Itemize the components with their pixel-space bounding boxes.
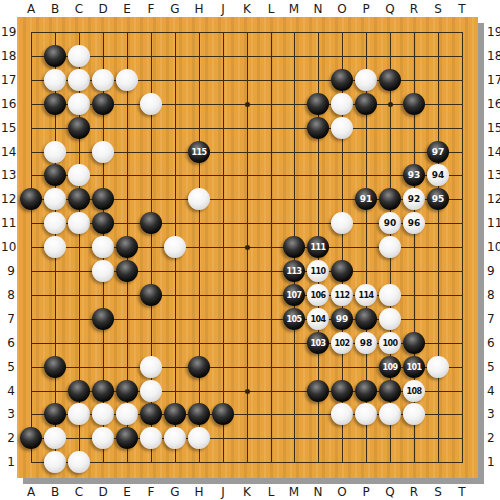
coordinate-label-bottom: K	[239, 485, 255, 499]
stone-white[interactable]: 98	[355, 332, 377, 354]
star-point	[388, 102, 393, 107]
coordinate-label-left: 2	[1, 431, 15, 445]
stone-white[interactable]: 104	[307, 308, 329, 330]
stone-white[interactable]	[379, 284, 401, 306]
stone-white[interactable]	[68, 93, 90, 115]
stone-black[interactable]: 105	[283, 308, 305, 330]
coordinate-label-right: 12	[487, 192, 500, 206]
coordinate-label-left: 6	[1, 336, 15, 350]
stone-black[interactable]	[307, 117, 329, 139]
coordinate-label-left: 12	[1, 192, 15, 206]
stone-black[interactable]: 95	[427, 188, 449, 210]
coordinate-label-left: 8	[1, 288, 15, 302]
move-number: 91	[360, 195, 373, 204]
stone-black[interactable]	[92, 212, 114, 234]
coordinate-label-right: 17	[487, 73, 500, 87]
stone-black[interactable]	[403, 332, 425, 354]
stone-black[interactable]	[331, 69, 353, 91]
coordinate-label-right: 9	[487, 264, 500, 278]
coordinate-label-bottom: P	[358, 485, 374, 499]
coordinate-label-right: 13	[487, 168, 500, 182]
stone-black[interactable]	[307, 93, 329, 115]
stone-white[interactable]: 110	[307, 260, 329, 282]
stone-black[interactable]	[44, 93, 66, 115]
coordinate-label-top: J	[215, 2, 231, 16]
stone-white[interactable]	[140, 427, 162, 449]
stone-black[interactable]	[140, 403, 162, 425]
coordinate-label-top: L	[263, 2, 279, 16]
stone-white[interactable]	[164, 236, 186, 258]
coordinate-label-left: 7	[1, 312, 15, 326]
stone-black[interactable]: 97	[427, 141, 449, 163]
stone-white[interactable]: 114	[355, 284, 377, 306]
coordinate-label-right: 15	[487, 121, 500, 135]
coordinate-label-bottom: M	[286, 485, 302, 499]
stone-black[interactable]	[20, 427, 42, 449]
stone-black[interactable]	[116, 427, 138, 449]
stone-black[interactable]	[164, 403, 186, 425]
coordinate-label-left: 19	[1, 25, 15, 39]
coordinate-label-top: N	[310, 2, 326, 16]
stone-black[interactable]: 101	[403, 356, 425, 378]
coordinate-label-bottom: S	[430, 485, 446, 499]
stone-white[interactable]	[164, 427, 186, 449]
stone-white[interactable]	[188, 188, 210, 210]
stone-white[interactable]: 90	[379, 212, 401, 234]
stone-black[interactable]	[20, 188, 42, 210]
coordinate-label-bottom: G	[167, 485, 183, 499]
stone-black[interactable]: 93	[403, 164, 425, 186]
stone-white[interactable]	[92, 69, 114, 91]
stone-black[interactable]	[68, 380, 90, 402]
move-number: 90	[384, 219, 397, 228]
move-number: 110	[311, 267, 326, 276]
stone-black[interactable]	[283, 236, 305, 258]
move-number: 99	[336, 315, 349, 324]
coordinate-label-bottom: H	[191, 485, 207, 499]
coordinate-label-right: 7	[487, 312, 500, 326]
coordinate-label-left: 3	[1, 407, 15, 421]
move-number: 112	[335, 291, 350, 300]
stone-white[interactable]	[44, 188, 66, 210]
stone-black[interactable]	[44, 45, 66, 67]
coordinate-label-top: P	[358, 2, 374, 16]
move-number: 103	[311, 339, 326, 348]
coordinate-label-bottom: B	[47, 485, 63, 499]
coordinate-label-bottom: A	[23, 485, 39, 499]
star-point	[245, 102, 250, 107]
move-number: 101	[407, 363, 422, 372]
stone-black[interactable]	[116, 260, 138, 282]
stone-white[interactable]	[331, 93, 353, 115]
coordinate-label-top: E	[119, 2, 135, 16]
coordinate-label-left: 11	[1, 216, 15, 230]
coordinate-label-left: 4	[1, 384, 15, 398]
coordinate-label-right: 10	[487, 240, 500, 254]
stone-black[interactable]	[403, 93, 425, 115]
coordinate-label-right: 18	[487, 49, 500, 63]
stone-black[interactable]	[92, 188, 114, 210]
coordinate-label-right: 5	[487, 360, 500, 374]
grid-line-vertical	[271, 32, 272, 463]
move-number: 100	[383, 339, 398, 348]
coordinate-label-bottom: R	[406, 485, 422, 499]
coordinate-label-top: M	[286, 2, 302, 16]
stone-black[interactable]	[212, 403, 234, 425]
stone-white[interactable]	[331, 117, 353, 139]
move-number: 92	[408, 195, 421, 204]
stone-black[interactable]: 109	[379, 356, 401, 378]
stone-white[interactable]	[68, 45, 90, 67]
stone-white[interactable]	[68, 69, 90, 91]
coordinate-label-right: 16	[487, 97, 500, 111]
stone-white[interactable]: 102	[331, 332, 353, 354]
stone-black[interactable]	[140, 212, 162, 234]
stone-white[interactable]	[140, 93, 162, 115]
coordinate-label-right: 14	[487, 145, 500, 159]
stone-black[interactable]	[379, 188, 401, 210]
coordinate-label-top: C	[71, 2, 87, 16]
stone-black[interactable]	[92, 380, 114, 402]
stone-white[interactable]	[68, 451, 90, 473]
stone-white[interactable]	[379, 403, 401, 425]
stone-black[interactable]	[92, 308, 114, 330]
stone-white[interactable]	[92, 141, 114, 163]
stone-black[interactable]	[116, 380, 138, 402]
stone-white[interactable]	[92, 236, 114, 258]
stone-black[interactable]: 103	[307, 332, 329, 354]
coordinate-label-bottom: J	[215, 485, 231, 499]
stone-black[interactable]	[140, 284, 162, 306]
coordinate-label-top: Q	[382, 2, 398, 16]
coordinate-label-bottom: O	[334, 485, 350, 499]
stone-black[interactable]	[355, 308, 377, 330]
coordinate-label-left: 18	[1, 49, 15, 63]
move-number: 104	[311, 315, 326, 324]
move-number: 114	[359, 291, 374, 300]
stone-white[interactable]	[44, 212, 66, 234]
move-number: 106	[311, 291, 326, 300]
stone-white[interactable]	[68, 164, 90, 186]
move-number: 111	[311, 243, 326, 252]
stone-black[interactable]: 111	[307, 236, 329, 258]
stone-white[interactable]: 106	[307, 284, 329, 306]
stone-white[interactable]	[68, 212, 90, 234]
coordinate-label-left: 1	[1, 455, 15, 469]
stone-white[interactable]	[68, 403, 90, 425]
stone-white[interactable]	[92, 403, 114, 425]
coordinate-label-right: 8	[487, 288, 500, 302]
stone-white[interactable]	[44, 141, 66, 163]
coordinate-label-right: 11	[487, 216, 500, 230]
coordinate-label-bottom: T	[454, 485, 470, 499]
stone-black[interactable]	[188, 356, 210, 378]
coordinate-label-left: 10	[1, 240, 15, 254]
coordinate-label-bottom: F	[143, 485, 159, 499]
stone-black[interactable]	[379, 69, 401, 91]
stone-white[interactable]	[140, 380, 162, 402]
stone-black[interactable]	[116, 236, 138, 258]
coordinate-label-right: 6	[487, 336, 500, 350]
coordinate-label-left: 9	[1, 264, 15, 278]
coordinate-label-top: O	[334, 2, 350, 16]
stone-black[interactable]: 99	[331, 308, 353, 330]
coordinate-label-bottom: C	[71, 485, 87, 499]
stone-white[interactable]	[331, 403, 353, 425]
coordinate-label-left: 13	[1, 168, 15, 182]
stone-black[interactable]	[379, 380, 401, 402]
coordinate-label-bottom: N	[310, 485, 326, 499]
stone-white[interactable]	[379, 236, 401, 258]
stone-white[interactable]	[44, 451, 66, 473]
stone-white[interactable]	[355, 403, 377, 425]
coordinate-label-left: 14	[1, 145, 15, 159]
coordinate-label-top: F	[143, 2, 159, 16]
coordinate-label-bottom: Q	[382, 485, 398, 499]
coordinate-label-left: 16	[1, 97, 15, 111]
coordinate-label-right: 2	[487, 431, 500, 445]
move-number: 93	[408, 171, 421, 180]
coordinate-label-left: 17	[1, 73, 15, 87]
stone-white[interactable]	[92, 427, 114, 449]
stone-white[interactable]	[403, 403, 425, 425]
move-number: 98	[360, 339, 373, 348]
move-number: 95	[432, 195, 445, 204]
coordinate-label-right: 3	[487, 407, 500, 421]
coordinate-label-top: G	[167, 2, 183, 16]
stone-white[interactable]	[331, 212, 353, 234]
coordinate-label-bottom: L	[263, 485, 279, 499]
move-number: 108	[407, 387, 422, 396]
stone-black[interactable]	[188, 403, 210, 425]
stone-black[interactable]: 107	[283, 284, 305, 306]
coordinate-label-top: S	[430, 2, 446, 16]
coordinate-label-left: 15	[1, 121, 15, 135]
stone-white[interactable]	[44, 69, 66, 91]
grid-line-horizontal	[31, 462, 463, 463]
stone-white[interactable]	[116, 69, 138, 91]
coordinate-label-top: B	[47, 2, 63, 16]
coordinate-label-top: T	[454, 2, 470, 16]
stone-white[interactable]: 108	[403, 380, 425, 402]
stone-black[interactable]: 113	[283, 260, 305, 282]
stone-white[interactable]	[44, 427, 66, 449]
move-number: 96	[408, 219, 421, 228]
stone-white[interactable]	[379, 308, 401, 330]
stone-white[interactable]: 94	[427, 164, 449, 186]
move-number: 115	[192, 148, 207, 157]
stone-black[interactable]: 91	[355, 188, 377, 210]
stone-white[interactable]	[116, 403, 138, 425]
grid-line-vertical	[462, 32, 463, 463]
star-point	[245, 245, 250, 250]
move-number: 97	[432, 148, 445, 157]
stone-black[interactable]	[68, 117, 90, 139]
stone-white[interactable]	[188, 427, 210, 449]
stone-black[interactable]	[92, 93, 114, 115]
coordinate-label-left: 5	[1, 360, 15, 374]
move-number: 107	[287, 291, 302, 300]
coordinate-label-right: 19	[487, 25, 500, 39]
stone-white[interactable]	[355, 69, 377, 91]
move-number: 109	[383, 363, 398, 372]
go-diagram-screen: 1159793949192959096111113110107106112114…	[0, 0, 500, 500]
move-number: 102	[335, 339, 350, 348]
stone-black[interactable]	[331, 380, 353, 402]
move-number: 105	[287, 315, 302, 324]
stone-white[interactable]	[140, 356, 162, 378]
grid-line-vertical	[438, 32, 439, 463]
stone-white[interactable]	[44, 236, 66, 258]
go-board[interactable]: 1159793949192959096111113110107106112114…	[17, 17, 478, 478]
stone-white[interactable]	[427, 356, 449, 378]
coordinate-label-top: R	[406, 2, 422, 16]
stone-white[interactable]: 112	[331, 284, 353, 306]
coordinate-label-top: K	[239, 2, 255, 16]
stone-black[interactable]	[44, 164, 66, 186]
stone-black[interactable]	[355, 380, 377, 402]
coordinate-label-top: D	[95, 2, 111, 16]
stone-black[interactable]	[68, 188, 90, 210]
move-number: 113	[287, 267, 302, 276]
coordinate-label-top: H	[191, 2, 207, 16]
stone-black[interactable]	[44, 403, 66, 425]
stone-black[interactable]: 115	[188, 141, 210, 163]
stone-black[interactable]	[44, 356, 66, 378]
coordinate-label-right: 1	[487, 455, 500, 469]
coordinate-label-bottom: D	[95, 485, 111, 499]
stone-white[interactable]: 92	[403, 188, 425, 210]
stone-white[interactable]: 96	[403, 212, 425, 234]
stone-white[interactable]	[92, 260, 114, 282]
stone-black[interactable]	[355, 93, 377, 115]
stone-black[interactable]	[307, 380, 329, 402]
star-point	[245, 389, 250, 394]
stone-white[interactable]: 100	[379, 332, 401, 354]
move-number: 94	[432, 171, 445, 180]
coordinate-label-right: 4	[487, 384, 500, 398]
stone-black[interactable]	[331, 260, 353, 282]
coordinate-label-top: A	[23, 2, 39, 16]
coordinate-label-bottom: E	[119, 485, 135, 499]
